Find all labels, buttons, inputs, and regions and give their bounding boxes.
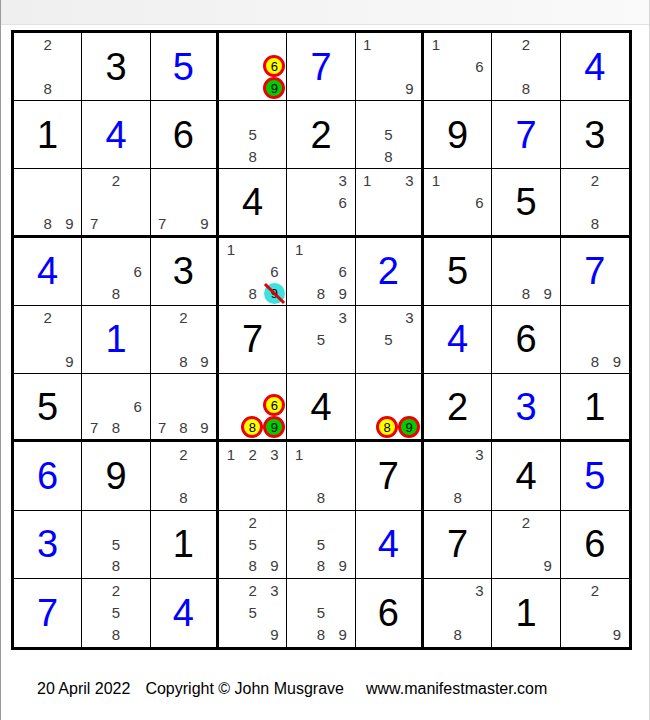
cell-r8c3[interactable]: 1: [151, 511, 219, 579]
solved-digit-2: 2: [356, 238, 421, 305]
candidate-8: 8: [173, 350, 194, 372]
given-digit-4: 4: [219, 169, 286, 234]
candidate-grid: 58: [83, 512, 148, 577]
cell-r2c8[interactable]: 7: [492, 101, 560, 169]
cell-r6c8[interactable]: 3: [492, 374, 560, 442]
cell-r4c3[interactable]: 3: [151, 238, 219, 306]
candidate-6: 6: [127, 260, 149, 282]
cell-r1c8[interactable]: 28: [492, 33, 560, 101]
cell-r3c2[interactable]: 27: [82, 169, 150, 237]
candidate-5: 5: [378, 124, 399, 146]
candidate-6: 6: [469, 192, 491, 213]
solved-digit-6: 6: [14, 442, 81, 509]
candidate-9: 9: [606, 624, 628, 646]
candidate-grid: 35: [357, 307, 420, 372]
solved-digit-4: 4: [356, 511, 421, 578]
candidate-6-highlight-yellow: 6: [263, 394, 285, 416]
solved-digit-7: 7: [492, 101, 559, 168]
candidate-grid: 89: [493, 239, 558, 304]
candidate-6: 6: [332, 260, 354, 282]
candidate-5: 5: [242, 533, 264, 555]
candidate-9: 9: [59, 213, 81, 234]
candidate-8: 8: [105, 282, 127, 304]
given-digit-2: 2: [424, 374, 491, 439]
candidate-7: 7: [83, 213, 105, 234]
cell-r3c6[interactable]: 13: [356, 169, 424, 237]
candidate-9: 9: [537, 282, 559, 304]
candidate-2: 2: [584, 580, 606, 602]
cell-r5c1[interactable]: 29: [14, 306, 82, 374]
cell-r6c9[interactable]: 1: [561, 374, 629, 442]
footer-website: www.manifestmaster.com: [366, 680, 547, 697]
candidate-9-highlight-cyan: 9: [264, 283, 285, 304]
candidate-3: 3: [399, 307, 420, 329]
candidate-grid: 18: [288, 443, 353, 508]
candidate-5: 5: [310, 533, 332, 555]
candidate-grid: 689: [220, 375, 285, 438]
candidate-grid: 79: [152, 170, 215, 233]
given-digit-4: 4: [492, 442, 559, 509]
cell-r8c6[interactable]: 4: [356, 511, 424, 579]
cell-r9c2[interactable]: 258: [82, 579, 150, 647]
cell-r1c9[interactable]: 4: [561, 33, 629, 101]
candidate-8-highlight-yellow: 8: [376, 416, 398, 438]
solved-digit-7: 7: [14, 579, 81, 647]
candidate-9: 9: [332, 624, 354, 646]
cell-r6c1[interactable]: 5: [14, 374, 82, 442]
candidate-5: 5: [378, 329, 399, 351]
candidate-2: 2: [584, 170, 606, 191]
candidate-8: 8: [310, 282, 332, 304]
cell-r4c1[interactable]: 4: [14, 238, 82, 306]
given-digit-3: 3: [151, 238, 216, 305]
candidate-1: 1: [220, 443, 242, 465]
cell-r3c7[interactable]: 16: [424, 169, 492, 237]
cell-r9c7[interactable]: 38: [424, 579, 492, 647]
cell-r7c2[interactable]: 9: [82, 442, 150, 510]
cell-r8c8[interactable]: 29: [492, 511, 560, 579]
cell-r1c3[interactable]: 5: [151, 33, 219, 101]
cell-r5c6[interactable]: 35: [356, 306, 424, 374]
candidate-7: 7: [152, 213, 173, 234]
cell-r1c6[interactable]: 19: [356, 33, 424, 101]
cell-r7c1[interactable]: 6: [14, 442, 82, 510]
candidate-2: 2: [515, 34, 537, 56]
candidate-grid: 1689: [220, 239, 285, 304]
cell-r9c6[interactable]: 6: [356, 579, 424, 647]
cell-r8c4[interactable]: 2589: [219, 511, 287, 579]
candidate-8: 8: [105, 555, 127, 577]
cell-r9c5[interactable]: 589: [287, 579, 355, 647]
candidate-2: 2: [37, 34, 59, 56]
given-digit-6: 6: [356, 579, 421, 647]
candidate-grid: 89: [562, 307, 628, 372]
candidate-grid: 29: [562, 580, 628, 646]
candidate-2: 2: [242, 580, 264, 602]
candidate-grid: 29: [493, 512, 558, 577]
cell-r1c2[interactable]: 3: [82, 33, 150, 101]
candidate-grid: 123: [220, 443, 285, 508]
solved-digit-4: 4: [151, 579, 216, 647]
candidate-9: 9: [59, 350, 81, 372]
given-digit-2: 2: [287, 101, 354, 168]
given-digit-4: 4: [287, 374, 354, 439]
cell-r6c4[interactable]: 689: [219, 374, 287, 442]
candidate-3: 3: [332, 307, 354, 329]
given-digit-3: 3: [561, 101, 629, 168]
candidate-5: 5: [242, 602, 264, 624]
cell-r7c7[interactable]: 38: [424, 442, 492, 510]
candidate-2: 2: [173, 307, 194, 329]
cell-r6c2[interactable]: 678: [82, 374, 150, 442]
candidate-grid: 28: [562, 170, 628, 233]
footer-copyright: Copyright © John Musgrave: [145, 680, 344, 697]
solved-digit-4: 4: [561, 33, 629, 100]
cell-r8c1[interactable]: 3: [14, 511, 82, 579]
candidate-grid: 19: [357, 34, 420, 99]
candidate-grid: 35: [288, 307, 353, 372]
candidate-grid: 89: [357, 375, 420, 438]
candidate-2: 2: [37, 307, 59, 329]
solved-digit-5: 5: [151, 33, 216, 100]
top-toolbar-strip: [1, 0, 649, 25]
candidate-grid: 58: [357, 102, 420, 167]
candidate-8: 8: [447, 487, 469, 509]
candidate-2: 2: [242, 443, 264, 465]
cell-r4c6[interactable]: 2: [356, 238, 424, 306]
candidate-grid: 28: [152, 443, 215, 508]
candidate-9-highlight-green: 9: [263, 416, 285, 438]
candidate-grid: 69: [220, 34, 285, 99]
candidate-5: 5: [105, 602, 127, 624]
candidate-9: 9: [194, 213, 215, 234]
solved-digit-4: 4: [424, 306, 491, 373]
candidate-9: 9: [332, 555, 354, 577]
cell-r4c7[interactable]: 5: [424, 238, 492, 306]
candidate-5: 5: [242, 124, 264, 146]
footer-date: 20 April 2022: [37, 680, 130, 697]
candidate-3: 3: [399, 170, 420, 191]
cell-r5c5[interactable]: 35: [287, 306, 355, 374]
solved-digit-1: 1: [82, 306, 149, 373]
cell-r5c9[interactable]: 89: [561, 306, 629, 374]
given-digit-6: 6: [561, 511, 629, 578]
candidate-grid: 16: [425, 170, 490, 233]
candidate-8: 8: [105, 624, 127, 646]
solved-digit-7: 7: [561, 238, 629, 305]
candidate-2: 2: [105, 580, 127, 602]
candidate-grid: 2359: [220, 580, 285, 646]
cell-r8c9[interactable]: 6: [561, 511, 629, 579]
candidate-grid: 789: [152, 375, 215, 438]
candidate-grid: 13: [357, 170, 420, 233]
candidate-1: 1: [220, 239, 242, 261]
candidate-grid: 2589: [220, 512, 285, 577]
solved-digit-7: 7: [287, 33, 354, 100]
candidate-8: 8: [105, 417, 127, 438]
cell-r5c2[interactable]: 1: [82, 306, 150, 374]
cell-r8c2[interactable]: 58: [82, 511, 150, 579]
cell-r5c4[interactable]: 7: [219, 306, 287, 374]
cell-r2c2[interactable]: 4: [82, 101, 150, 169]
candidate-1: 1: [425, 170, 447, 191]
cell-r9c1[interactable]: 7: [14, 579, 82, 647]
candidate-grid: 1689: [288, 239, 353, 304]
sudoku-board: 2835697191628414658258973892779436131652…: [11, 30, 632, 650]
candidate-grid: 68: [83, 239, 148, 304]
given-digit-9: 9: [82, 442, 149, 509]
candidate-8: 8: [584, 350, 606, 372]
candidate-9: 9: [194, 350, 215, 372]
cell-r4c4[interactable]: 1689: [219, 238, 287, 306]
cell-r2c9[interactable]: 3: [561, 101, 629, 169]
given-digit-1: 1: [151, 511, 216, 578]
cell-r1c1[interactable]: 28: [14, 33, 82, 101]
cell-r5c8[interactable]: 6: [492, 306, 560, 374]
cell-r1c4[interactable]: 69: [219, 33, 287, 101]
given-digit-3: 3: [82, 33, 149, 100]
given-digit-9: 9: [424, 101, 491, 168]
cell-r7c4[interactable]: 123: [219, 442, 287, 510]
given-digit-5: 5: [424, 238, 491, 305]
candidate-grid: 58: [220, 102, 285, 167]
candidate-2: 2: [515, 512, 537, 534]
cell-r7c9[interactable]: 5: [561, 442, 629, 510]
candidate-5: 5: [105, 533, 127, 555]
candidate-6: 6: [469, 56, 491, 78]
cell-r5c3[interactable]: 289: [151, 306, 219, 374]
cell-r3c3[interactable]: 79: [151, 169, 219, 237]
cell-r1c7[interactable]: 16: [424, 33, 492, 101]
candidate-6: 6: [127, 396, 149, 417]
candidate-8: 8: [173, 417, 194, 438]
cell-r4c5[interactable]: 1689: [287, 238, 355, 306]
candidate-grid: 16: [425, 34, 490, 99]
candidate-grid: 89: [15, 170, 80, 233]
cell-r9c4[interactable]: 2359: [219, 579, 287, 647]
cell-r3c1[interactable]: 89: [14, 169, 82, 237]
candidate-8: 8: [242, 555, 264, 577]
candidate-8: 8: [310, 487, 332, 509]
candidate-1: 1: [288, 443, 310, 465]
solved-digit-4: 4: [14, 238, 81, 305]
candidate-9-highlight-green: 9: [263, 77, 285, 99]
candidate-1: 1: [357, 170, 378, 191]
candidate-grid: 258: [83, 580, 148, 646]
candidate-8-highlight-yellow: 8: [241, 416, 263, 438]
cell-r3c4[interactable]: 4: [219, 169, 287, 237]
candidate-9: 9: [264, 555, 286, 577]
candidate-8: 8: [378, 146, 399, 168]
given-digit-1: 1: [492, 579, 559, 647]
cell-r3c5[interactable]: 36: [287, 169, 355, 237]
cell-r2c5[interactable]: 2: [287, 101, 355, 169]
candidate-1: 1: [357, 34, 378, 56]
candidate-1: 1: [288, 239, 310, 261]
candidate-2: 2: [173, 443, 194, 465]
candidate-grid: 28: [493, 34, 558, 99]
candidate-8: 8: [37, 77, 59, 99]
candidate-grid: 678: [83, 375, 148, 438]
cell-r6c7[interactable]: 2: [424, 374, 492, 442]
candidate-6-highlight-yellow: 6: [263, 55, 285, 77]
candidate-grid: 289: [152, 307, 215, 372]
candidate-8: 8: [37, 213, 59, 234]
cell-r6c6[interactable]: 89: [356, 374, 424, 442]
candidate-grid: 28: [15, 34, 80, 99]
given-digit-1: 1: [561, 374, 629, 439]
candidate-9: 9: [332, 282, 354, 304]
cell-r8c5[interactable]: 589: [287, 511, 355, 579]
cell-r7c5[interactable]: 18: [287, 442, 355, 510]
cell-r4c8[interactable]: 89: [492, 238, 560, 306]
given-digit-6: 6: [151, 101, 216, 168]
solved-digit-3: 3: [492, 374, 559, 439]
cell-r8c7[interactable]: 7: [424, 511, 492, 579]
given-digit-7: 7: [219, 306, 286, 373]
cell-r2c7[interactable]: 9: [424, 101, 492, 169]
candidate-8: 8: [173, 487, 194, 509]
cell-r4c9[interactable]: 7: [561, 238, 629, 306]
candidate-8: 8: [515, 282, 537, 304]
candidate-9: 9: [399, 77, 420, 99]
candidate-8: 8: [584, 213, 606, 234]
cell-r2c3[interactable]: 6: [151, 101, 219, 169]
candidate-9: 9: [537, 555, 559, 577]
solved-digit-4: 4: [82, 101, 149, 168]
cell-r9c8[interactable]: 1: [492, 579, 560, 647]
candidate-8: 8: [242, 282, 264, 304]
candidate-7: 7: [152, 417, 173, 438]
candidate-9-highlight-green: 9: [398, 416, 420, 438]
given-digit-7: 7: [356, 442, 421, 509]
cell-r4c2[interactable]: 68: [82, 238, 150, 306]
candidate-grid: 27: [83, 170, 148, 233]
cell-r7c8[interactable]: 4: [492, 442, 560, 510]
cell-r2c4[interactable]: 58: [219, 101, 287, 169]
candidate-grid: 589: [288, 580, 353, 646]
candidate-grid: 36: [288, 170, 353, 233]
candidate-3: 3: [264, 580, 286, 602]
candidate-2: 2: [242, 512, 264, 534]
cell-r2c1[interactable]: 1: [14, 101, 82, 169]
candidate-6: 6: [264, 260, 286, 282]
candidate-3: 3: [469, 443, 491, 465]
cell-r5c7[interactable]: 4: [424, 306, 492, 374]
cell-r6c3[interactable]: 789: [151, 374, 219, 442]
cell-r9c3[interactable]: 4: [151, 579, 219, 647]
candidate-8: 8: [515, 77, 537, 99]
given-digit-7: 7: [424, 511, 491, 578]
cell-r7c3[interactable]: 28: [151, 442, 219, 510]
cell-r6c5[interactable]: 4: [287, 374, 355, 442]
candidate-grid: 38: [425, 580, 490, 646]
candidate-8: 8: [447, 624, 469, 646]
candidate-9: 9: [264, 624, 286, 646]
cell-r2c6[interactable]: 58: [356, 101, 424, 169]
candidate-grid: 589: [288, 512, 353, 577]
given-digit-1: 1: [14, 101, 81, 168]
candidate-8: 8: [310, 555, 332, 577]
candidate-5: 5: [310, 602, 332, 624]
solved-digit-5: 5: [561, 442, 629, 509]
candidate-5: 5: [310, 329, 332, 351]
candidate-7: 7: [83, 417, 105, 438]
candidate-3: 3: [264, 443, 286, 465]
candidate-6: 6: [332, 192, 354, 213]
candidate-3: 3: [469, 580, 491, 602]
cell-r3c9[interactable]: 28: [561, 169, 629, 237]
cell-r3c8[interactable]: 5: [492, 169, 560, 237]
page-background: 2835697191628414658258973892779436131652…: [0, 0, 650, 720]
footer: 20 April 2022Copyright © John Musgraveww…: [37, 680, 547, 698]
candidate-8: 8: [242, 146, 264, 168]
cell-r7c6[interactable]: 7: [356, 442, 424, 510]
candidate-1: 1: [425, 34, 447, 56]
candidate-2: 2: [105, 170, 127, 191]
cell-r9c9[interactable]: 29: [561, 579, 629, 647]
candidate-9: 9: [606, 350, 628, 372]
candidate-grid: 29: [15, 307, 80, 372]
given-digit-5: 5: [492, 169, 559, 234]
cell-r1c5[interactable]: 7: [287, 33, 355, 101]
given-digit-5: 5: [14, 374, 81, 439]
solved-digit-3: 3: [14, 511, 81, 578]
candidate-grid: 38: [425, 443, 490, 508]
candidate-9: 9: [194, 417, 215, 438]
candidate-8: 8: [310, 624, 332, 646]
candidate-3: 3: [332, 170, 354, 191]
given-digit-6: 6: [492, 306, 559, 373]
